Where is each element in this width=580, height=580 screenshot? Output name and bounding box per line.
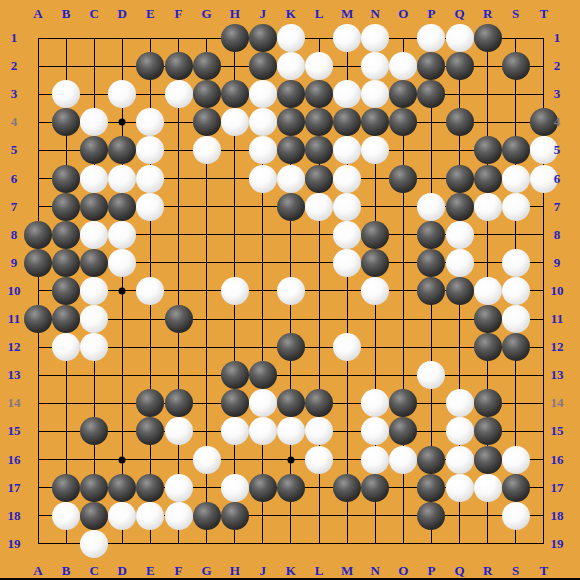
row-label-right: 5 [554,142,561,158]
black-stone[interactable]: ● [52,165,80,193]
white-stone[interactable]: ○ [165,80,193,108]
white-stone[interactable]: ○ [361,80,389,108]
column-label-bottom: F [175,563,183,579]
black-stone[interactable]: ● [502,474,530,502]
white-stone[interactable]: ○ [361,24,389,52]
white-stone[interactable]: ○ [361,277,389,305]
column-label-bottom: Q [454,563,464,579]
white-stone[interactable]: ○ [80,165,108,193]
star-point [287,456,294,463]
row-label-left: 14 [8,395,21,411]
white-stone[interactable]: ○ [277,52,305,80]
black-stone[interactable]: ● [417,474,445,502]
grid-hline [38,543,545,544]
white-stone[interactable]: ○ [389,52,417,80]
column-label-bottom: M [341,563,353,579]
white-stone[interactable]: ○ [165,474,193,502]
black-stone[interactable]: ● [333,474,361,502]
row-label-left: 9 [11,255,18,271]
black-stone[interactable]: ● [52,277,80,305]
column-label-top: M [341,6,353,22]
black-stone[interactable]: ● [361,474,389,502]
column-label-top: A [33,6,42,22]
white-stone[interactable]: ○ [417,193,445,221]
column-label-top: C [89,6,98,22]
black-stone[interactable]: ● [389,108,417,136]
white-stone[interactable]: ○ [136,165,164,193]
black-stone[interactable]: ● [417,502,445,530]
white-stone[interactable]: ○ [305,52,333,80]
white-stone[interactable]: ○ [52,333,80,361]
row-label-right: 3 [554,86,561,102]
white-stone[interactable]: ○ [249,108,277,136]
black-stone[interactable]: ● [446,52,474,80]
black-stone[interactable]: ● [446,108,474,136]
white-stone[interactable]: ○ [136,136,164,164]
white-stone[interactable]: ○ [136,502,164,530]
column-label-bottom: L [315,563,324,579]
black-stone[interactable]: ● [80,136,108,164]
white-stone[interactable]: ○ [80,221,108,249]
black-stone[interactable]: ● [417,80,445,108]
column-label-top: N [370,6,379,22]
black-stone[interactable]: ● [305,80,333,108]
row-label-left: 15 [8,423,21,439]
black-stone[interactable]: ● [136,417,164,445]
column-label-top: K [286,6,296,22]
black-stone[interactable]: ● [52,474,80,502]
white-stone[interactable]: ○ [333,24,361,52]
black-stone[interactable]: ● [277,193,305,221]
white-stone[interactable]: ○ [417,24,445,52]
row-label-left: 6 [11,171,18,187]
row-label-left: 11 [8,311,20,327]
black-stone[interactable]: ● [417,249,445,277]
black-stone[interactable]: ● [474,333,502,361]
row-label-left: 10 [8,283,21,299]
white-stone[interactable]: ○ [305,193,333,221]
column-label-bottom: A [33,563,42,579]
white-stone[interactable]: ○ [502,305,530,333]
white-stone[interactable]: ○ [333,249,361,277]
black-stone[interactable]: ● [52,221,80,249]
row-label-right: 16 [551,452,564,468]
column-label-bottom: H [230,563,240,579]
white-stone[interactable]: ○ [417,361,445,389]
column-label-top: T [539,6,548,22]
row-label-right: 12 [551,339,564,355]
white-stone[interactable]: ○ [446,24,474,52]
black-stone[interactable]: ● [24,249,52,277]
black-stone[interactable]: ● [474,305,502,333]
white-stone[interactable]: ○ [502,193,530,221]
black-stone[interactable]: ● [446,277,474,305]
white-stone[interactable]: ○ [502,502,530,530]
row-label-right: 8 [554,227,561,243]
white-stone[interactable]: ○ [446,221,474,249]
white-stone[interactable]: ○ [305,417,333,445]
column-label-bottom: G [202,563,212,579]
white-stone[interactable]: ○ [305,446,333,474]
white-stone[interactable]: ○ [474,277,502,305]
white-stone[interactable]: ○ [277,24,305,52]
row-label-left: 16 [8,452,21,468]
column-label-top: B [62,6,71,22]
row-label-left: 4 [11,114,18,130]
black-stone[interactable]: ● [389,165,417,193]
white-stone[interactable]: ○ [249,80,277,108]
black-stone[interactable]: ● [474,446,502,474]
white-stone[interactable]: ○ [361,136,389,164]
white-stone[interactable]: ○ [446,389,474,417]
black-stone[interactable]: ● [193,108,221,136]
white-stone[interactable]: ○ [221,417,249,445]
row-label-right: 2 [554,58,561,74]
column-label-bottom: C [89,563,98,579]
column-label-top: H [230,6,240,22]
row-label-left: 7 [11,199,18,215]
column-label-top: S [512,6,519,22]
row-label-right: 15 [551,423,564,439]
row-label-right: 19 [551,536,564,552]
column-label-top: D [118,6,127,22]
white-stone[interactable]: ○ [446,446,474,474]
row-label-right: 11 [551,311,563,327]
black-stone[interactable]: ● [305,165,333,193]
black-stone[interactable]: ● [165,52,193,80]
black-stone[interactable]: ● [221,24,249,52]
row-label-left: 2 [11,58,18,74]
black-stone[interactable]: ● [249,24,277,52]
black-stone[interactable]: ● [474,417,502,445]
grid-hline [38,375,545,376]
white-stone[interactable]: ○ [80,108,108,136]
black-stone[interactable]: ● [108,474,136,502]
row-label-right: 17 [551,480,564,496]
white-stone[interactable]: ○ [333,221,361,249]
white-stone[interactable]: ○ [277,277,305,305]
black-stone[interactable]: ● [277,474,305,502]
row-label-left: 3 [11,86,18,102]
row-label-right: 9 [554,255,561,271]
row-label-left: 18 [8,508,21,524]
white-stone[interactable]: ○ [333,136,361,164]
black-stone[interactable]: ● [502,52,530,80]
row-label-right: 13 [551,367,564,383]
column-label-bottom: J [260,563,267,579]
white-stone[interactable]: ○ [249,165,277,193]
black-stone[interactable]: ● [24,221,52,249]
white-stone[interactable]: ○ [474,474,502,502]
white-stone[interactable]: ○ [333,165,361,193]
black-stone[interactable]: ● [305,389,333,417]
black-stone[interactable]: ● [305,108,333,136]
black-stone[interactable]: ● [249,52,277,80]
black-stone[interactable]: ● [80,417,108,445]
column-label-bottom: O [398,563,408,579]
white-stone[interactable]: ○ [502,446,530,474]
white-stone[interactable]: ○ [361,52,389,80]
column-label-top: P [427,6,435,22]
row-label-right: 1 [554,30,561,46]
white-stone[interactable]: ○ [108,249,136,277]
column-label-top: F [175,6,183,22]
black-stone[interactable]: ● [474,24,502,52]
black-stone[interactable]: ● [249,474,277,502]
white-stone[interactable]: ○ [136,108,164,136]
column-label-top: L [315,6,324,22]
black-stone[interactable]: ● [277,333,305,361]
black-stone[interactable]: ● [165,305,193,333]
white-stone[interactable]: ○ [389,446,417,474]
white-stone[interactable]: ○ [361,417,389,445]
black-stone[interactable]: ● [80,502,108,530]
black-stone[interactable]: ● [277,80,305,108]
black-stone[interactable]: ● [305,136,333,164]
white-stone[interactable]: ○ [249,136,277,164]
black-stone[interactable]: ● [474,136,502,164]
black-stone[interactable]: ● [221,80,249,108]
white-stone[interactable]: ○ [165,502,193,530]
white-stone[interactable]: ○ [136,277,164,305]
row-label-right: 6 [554,171,561,187]
white-stone[interactable]: ○ [446,417,474,445]
black-stone[interactable]: ● [193,52,221,80]
grid-hline [38,319,545,320]
white-stone[interactable]: ○ [361,389,389,417]
black-stone[interactable]: ● [277,136,305,164]
row-label-left: 17 [8,480,21,496]
black-stone[interactable]: ● [136,52,164,80]
black-stone[interactable]: ● [52,249,80,277]
white-stone[interactable]: ○ [108,80,136,108]
white-stone[interactable]: ○ [502,277,530,305]
black-stone[interactable]: ● [80,249,108,277]
black-stone[interactable]: ● [417,277,445,305]
row-label-right: 4 [554,114,561,130]
black-stone[interactable]: ● [502,136,530,164]
black-stone[interactable]: ● [136,389,164,417]
white-stone[interactable]: ○ [165,417,193,445]
black-stone[interactable]: ● [446,193,474,221]
black-stone[interactable]: ● [193,502,221,530]
column-label-bottom: S [512,563,519,579]
black-stone[interactable]: ● [417,221,445,249]
black-stone[interactable]: ● [389,417,417,445]
white-stone[interactable]: ○ [333,333,361,361]
black-stone[interactable]: ● [52,193,80,221]
black-stone[interactable]: ● [24,305,52,333]
white-stone[interactable]: ○ [108,502,136,530]
black-stone[interactable]: ● [221,502,249,530]
white-stone[interactable]: ○ [136,193,164,221]
white-stone[interactable]: ○ [277,417,305,445]
column-label-top: J [260,6,267,22]
row-label-left: 19 [8,536,21,552]
black-stone[interactable]: ● [108,193,136,221]
row-label-left: 12 [8,339,21,355]
black-stone[interactable]: ● [333,108,361,136]
black-stone[interactable]: ● [221,389,249,417]
column-label-top: R [483,6,492,22]
black-stone[interactable]: ● [165,389,193,417]
star-point [119,119,126,126]
black-stone[interactable]: ● [446,165,474,193]
column-label-bottom: R [483,563,492,579]
row-label-right: 18 [551,508,564,524]
black-stone[interactable]: ● [80,474,108,502]
row-label-right: 14 [551,395,564,411]
row-label-left: 5 [11,142,18,158]
black-stone[interactable]: ● [277,389,305,417]
white-stone[interactable]: ○ [249,389,277,417]
white-stone[interactable]: ○ [108,165,136,193]
row-label-left: 1 [11,30,18,46]
column-label-top: O [398,6,408,22]
white-stone[interactable]: ○ [446,249,474,277]
black-stone[interactable]: ● [193,80,221,108]
black-stone[interactable]: ● [136,474,164,502]
white-stone[interactable]: ○ [52,80,80,108]
black-stone[interactable]: ● [502,333,530,361]
column-label-bottom: T [539,563,548,579]
white-stone[interactable]: ○ [502,249,530,277]
white-stone[interactable]: ○ [221,277,249,305]
white-stone[interactable]: ○ [193,136,221,164]
white-stone[interactable]: ○ [80,305,108,333]
black-stone[interactable]: ● [361,249,389,277]
black-stone[interactable]: ● [52,305,80,333]
star-point [119,456,126,463]
column-label-bottom: K [286,563,296,579]
star-point [119,287,126,294]
white-stone[interactable]: ○ [249,417,277,445]
white-stone[interactable]: ○ [80,530,108,558]
column-label-top: G [202,6,212,22]
white-stone[interactable]: ○ [361,446,389,474]
black-stone[interactable]: ● [389,80,417,108]
row-label-right: 7 [554,199,561,215]
white-stone[interactable]: ○ [333,80,361,108]
black-stone[interactable]: ● [361,108,389,136]
white-stone[interactable]: ○ [80,277,108,305]
white-stone[interactable]: ○ [193,446,221,474]
black-stone[interactable]: ● [52,108,80,136]
white-stone[interactable]: ○ [446,474,474,502]
white-stone[interactable]: ○ [502,165,530,193]
white-stone[interactable]: ○ [474,193,502,221]
row-label-right: 10 [551,283,564,299]
black-stone[interactable]: ● [417,446,445,474]
black-stone[interactable]: ● [389,389,417,417]
black-stone[interactable]: ● [361,221,389,249]
black-stone[interactable]: ● [80,193,108,221]
white-stone[interactable]: ○ [221,474,249,502]
white-stone[interactable]: ○ [80,333,108,361]
black-stone[interactable]: ● [474,165,502,193]
black-stone[interactable]: ● [108,136,136,164]
black-stone[interactable]: ● [474,389,502,417]
white-stone[interactable]: ○ [333,193,361,221]
row-label-left: 8 [11,227,18,243]
column-label-bottom: B [62,563,71,579]
column-label-bottom: E [146,563,155,579]
black-stone[interactable]: ● [221,361,249,389]
white-stone[interactable]: ○ [52,502,80,530]
white-stone[interactable]: ○ [108,221,136,249]
row-label-left: 13 [8,367,21,383]
black-stone[interactable]: ● [277,108,305,136]
column-label-top: Q [454,6,464,22]
column-label-bottom: N [370,563,379,579]
black-stone[interactable]: ● [249,361,277,389]
black-stone[interactable]: ● [417,52,445,80]
white-stone[interactable]: ○ [221,108,249,136]
column-label-bottom: P [427,563,435,579]
go-board[interactable]: ●●○○○○○●●●●●○○○○●●●○○○●●○●●○○●●●○○●○○●●●… [0,0,580,580]
white-stone[interactable]: ○ [277,165,305,193]
column-label-top: E [146,6,155,22]
column-label-bottom: D [118,563,127,579]
